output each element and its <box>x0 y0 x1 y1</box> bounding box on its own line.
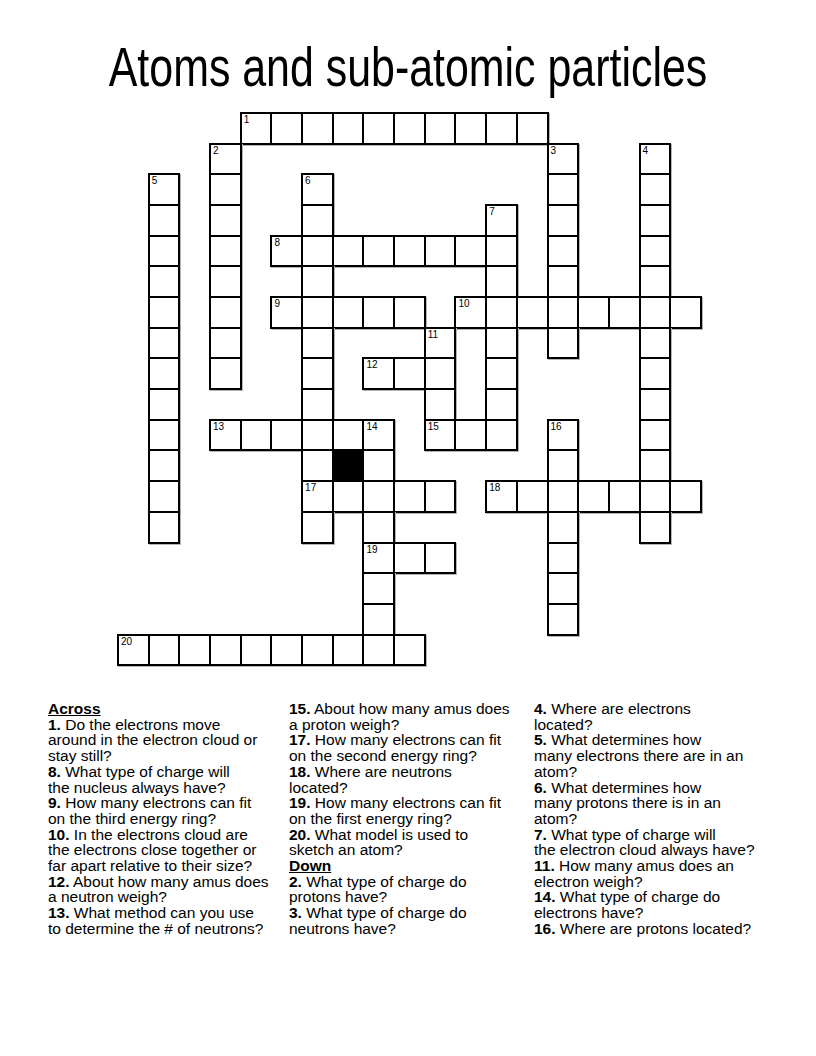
grid-cell[interactable] <box>485 235 518 268</box>
grid-cell[interactable] <box>547 327 580 360</box>
clue-line: far apart relative to their size? <box>48 858 291 874</box>
grid-cell[interactable] <box>393 480 426 513</box>
grid-cell[interactable] <box>547 542 580 575</box>
grid-cell[interactable] <box>547 449 580 482</box>
clue-column: 15. About how many amus doesa proton wei… <box>289 701 532 937</box>
clue-num-label: 1. <box>48 716 61 733</box>
grid-cell[interactable] <box>547 265 580 298</box>
clue-item-across-1: 1. Do the electrons movearound in the el… <box>48 717 291 764</box>
grid-cell[interactable] <box>362 480 395 513</box>
grid-cell[interactable] <box>393 296 426 329</box>
clue-num-label: 2. <box>289 873 302 890</box>
clue-item-across-18: 18. Where are neutronslocated? <box>289 764 532 795</box>
clue-num-label: 15. <box>289 700 311 717</box>
clue-line: atom? <box>534 764 777 780</box>
clue-line: located? <box>534 717 777 733</box>
grid-cell[interactable] <box>209 634 242 667</box>
clue-number: 15 <box>428 421 439 433</box>
clue-number: 16 <box>551 421 562 433</box>
grid-cell[interactable] <box>424 480 457 513</box>
clue-number: 13 <box>213 421 224 433</box>
grid-cell[interactable] <box>454 235 487 268</box>
grid-cell[interactable] <box>178 634 211 667</box>
clue-column: Across1. Do the electrons movearound in … <box>48 701 291 937</box>
clue-num-label: 17. <box>289 731 311 748</box>
clue-item-down-14: 14. What type of charge doelectrons have… <box>534 889 777 920</box>
grid-cell[interactable] <box>547 511 580 544</box>
grid-cell[interactable] <box>362 511 395 544</box>
clue-line: 11. How many amus does an <box>534 858 777 874</box>
clue-number: 2 <box>213 145 219 157</box>
grid-cell[interactable] <box>209 204 242 237</box>
grid-cell[interactable] <box>332 296 365 329</box>
clue-number: 4 <box>643 145 649 157</box>
clue-num-label: 13. <box>48 904 70 921</box>
clue-line: located? <box>289 780 532 796</box>
clue-number: 17 <box>305 482 316 494</box>
clue-number: 11 <box>428 329 438 341</box>
grid-cell[interactable] <box>424 388 457 421</box>
grid-cell[interactable] <box>240 634 273 667</box>
clue-number: 1 <box>244 114 250 126</box>
across-header: Across <box>48 701 291 717</box>
grid-cell[interactable] <box>301 235 334 268</box>
grid-cell[interactable] <box>209 296 242 329</box>
clue-line: to determine the # of neutrons? <box>48 921 291 937</box>
grid-cell[interactable]: 12 <box>362 357 395 390</box>
clue-num-label: 19. <box>289 794 311 811</box>
grid-cell[interactable] <box>639 357 672 390</box>
grid-cell[interactable] <box>577 480 610 513</box>
grid-cell[interactable]: 15 <box>424 419 457 452</box>
grid-cell[interactable]: 13 <box>209 419 242 452</box>
clue-item-across-10: 10. In the electrons cloud arethe electr… <box>48 827 291 874</box>
clue-num-label: 18. <box>289 763 311 780</box>
clue-line: a neutron weigh? <box>48 889 291 905</box>
grid-cell[interactable]: 16 <box>547 419 580 452</box>
clue-line: 12. About how many amus does <box>48 874 291 890</box>
clue-line: stay still? <box>48 748 291 764</box>
grid-cell[interactable] <box>639 235 672 268</box>
grid-cell[interactable]: 14 <box>362 419 395 452</box>
clue-line: many protons there is in an <box>534 795 777 811</box>
clue-line: on the second energy ring? <box>289 748 532 764</box>
grid-cell[interactable] <box>209 235 242 268</box>
grid-cell[interactable] <box>148 449 181 482</box>
clue-num-label: 7. <box>534 826 547 843</box>
grid-cell[interactable] <box>209 357 242 390</box>
clue-line: around in the electron cloud or <box>48 732 291 748</box>
grid-cell[interactable] <box>301 634 334 667</box>
grid-cell[interactable] <box>301 327 334 360</box>
page-title: Atoms and sub-atomic particles <box>90 40 726 95</box>
grid-cell[interactable] <box>270 419 303 452</box>
clue-item-down-11: 11. How many amus does anelectron weigh? <box>534 858 777 889</box>
blocked-cell <box>332 449 365 482</box>
clue-item-across-13: 13. What method can you useto determine … <box>48 905 291 936</box>
clue-line: 4. Where are electrons <box>534 701 777 717</box>
clue-number: 18 <box>489 482 500 494</box>
grid-cell[interactable] <box>639 296 672 329</box>
grid-cell[interactable] <box>454 419 487 452</box>
grid-cell[interactable] <box>608 296 641 329</box>
grid-cell[interactable] <box>332 419 365 452</box>
grid-cell[interactable] <box>639 449 672 482</box>
grid-cell[interactable]: 8 <box>270 235 303 268</box>
grid-cell[interactable]: 18 <box>485 480 518 513</box>
clue-num-label: 14. <box>534 888 556 905</box>
grid-cell[interactable] <box>301 265 334 298</box>
grid-cell[interactable] <box>393 634 426 667</box>
clue-item-down-7: 7. What type of charge willthe electron … <box>534 827 777 858</box>
clue-line: a proton weigh? <box>289 717 532 733</box>
clue-item-down-3: 3. What type of charge doneutrons have? <box>289 905 532 936</box>
grid-cell[interactable] <box>332 235 365 268</box>
grid-cell[interactable]: 3 <box>547 143 580 176</box>
grid-cell[interactable] <box>332 634 365 667</box>
down-header: Down <box>289 858 532 874</box>
grid-cell[interactable]: 4 <box>639 143 672 176</box>
grid-cell[interactable] <box>362 235 395 268</box>
clue-line: 16. Where are protons located? <box>534 921 777 937</box>
grid-cell[interactable]: 20 <box>117 634 150 667</box>
grid-cell[interactable] <box>639 388 672 421</box>
grid-cell[interactable] <box>209 173 242 206</box>
clue-item-across-8: 8. What type of charge willthe nucleus a… <box>48 764 291 795</box>
grid-cell[interactable] <box>639 419 672 452</box>
grid-cell[interactable] <box>148 327 181 360</box>
grid-cell[interactable] <box>362 603 395 636</box>
grid-cell[interactable]: 10 <box>454 296 487 329</box>
clue-line: 8. What type of charge will <box>48 764 291 780</box>
clue-column: 4. Where are electronslocated?5. What de… <box>534 701 777 937</box>
clue-line: the electron cloud always have? <box>534 842 777 858</box>
grid-cell[interactable] <box>547 204 580 237</box>
clue-num-label: 10. <box>48 826 70 843</box>
grid-cell[interactable] <box>485 265 518 298</box>
grid-cell[interactable] <box>639 265 672 298</box>
grid-cell[interactable]: 7 <box>485 204 518 237</box>
grid-cell[interactable] <box>148 480 181 513</box>
clue-item-across-15: 15. About how many amus doesa proton wei… <box>289 701 532 732</box>
grid-cell[interactable] <box>209 265 242 298</box>
grid-cell[interactable]: 19 <box>362 542 395 575</box>
grid-cell[interactable] <box>332 112 365 145</box>
clue-number: 8 <box>274 237 280 249</box>
grid-cell[interactable] <box>547 572 580 605</box>
grid-cell[interactable] <box>148 296 181 329</box>
grid-cell[interactable] <box>516 112 549 145</box>
grid-cell[interactable] <box>516 296 549 329</box>
grid-cell[interactable] <box>639 327 672 360</box>
grid-cell[interactable]: 17 <box>301 480 334 513</box>
grid-cell[interactable]: 2 <box>209 143 242 176</box>
clue-num-label: 16. <box>534 920 556 937</box>
grid-cell[interactable] <box>362 572 395 605</box>
grid-cell[interactable] <box>362 296 395 329</box>
clue-line: sketch an atom? <box>289 842 532 858</box>
grid-cell[interactable] <box>301 449 334 482</box>
clue-number: 9 <box>274 298 280 310</box>
clue-line: 9. How many electrons can fit <box>48 795 291 811</box>
clue-line: 14. What type of charge do <box>534 889 777 905</box>
grid-cell[interactable] <box>362 449 395 482</box>
grid-cell[interactable] <box>301 296 334 329</box>
grid-cell[interactable] <box>639 204 672 237</box>
clue-line: 19. How many electrons can fit <box>289 795 532 811</box>
clue-number: 12 <box>366 359 377 371</box>
clue-line: on the first energy ring? <box>289 811 532 827</box>
clue-line: many electrons there are in an <box>534 748 777 764</box>
grid-cell[interactable] <box>270 634 303 667</box>
grid-cell[interactable] <box>148 511 181 544</box>
grid-cell[interactable] <box>547 480 580 513</box>
grid-cell[interactable] <box>393 357 426 390</box>
clue-item-across-12: 12. About how many amus doesa neutron we… <box>48 874 291 905</box>
grid-cell[interactable] <box>669 480 702 513</box>
clue-item-across-17: 17. How many electrons can fiton the sec… <box>289 732 532 763</box>
clue-line: 15. About how many amus does <box>289 701 532 717</box>
clue-line: 3. What type of charge do <box>289 905 532 921</box>
grid-cell[interactable] <box>547 296 580 329</box>
grid-cell[interactable] <box>424 542 457 575</box>
clue-num-label: 12. <box>48 873 70 890</box>
clue-number: 6 <box>305 175 311 187</box>
clue-line: 6. What determines how <box>534 780 777 796</box>
grid-cell[interactable] <box>547 235 580 268</box>
clue-num-label: 20. <box>289 826 311 843</box>
clue-item-across-9: 9. How many electrons can fiton the thir… <box>48 795 291 826</box>
grid-cell[interactable] <box>424 357 457 390</box>
grid-cell[interactable] <box>485 112 518 145</box>
clue-line: electron weigh? <box>534 874 777 890</box>
grid-cell[interactable] <box>209 327 242 360</box>
grid-cell[interactable] <box>393 235 426 268</box>
clue-item-down-5: 5. What determines howmany electrons the… <box>534 732 777 779</box>
clue-line: 10. In the electrons cloud are <box>48 827 291 843</box>
clue-line: 5. What determines how <box>534 732 777 748</box>
grid-cell[interactable] <box>639 173 672 206</box>
grid-cell[interactable]: 6 <box>301 173 334 206</box>
grid-cell[interactable] <box>639 511 672 544</box>
grid-cell[interactable] <box>577 296 610 329</box>
grid-cell[interactable] <box>362 112 395 145</box>
grid-cell[interactable] <box>485 296 518 329</box>
grid-cell[interactable] <box>301 204 334 237</box>
clue-number: 20 <box>121 636 132 648</box>
grid-cell[interactable] <box>547 173 580 206</box>
clue-number: 14 <box>366 421 377 433</box>
grid-cell[interactable] <box>362 634 395 667</box>
clue-line: on the third energy ring? <box>48 811 291 827</box>
clue-number: 5 <box>152 175 158 187</box>
clue-item-across-19: 19. How many electrons can fiton the fir… <box>289 795 532 826</box>
clue-item-down-4: 4. Where are electronslocated? <box>534 701 777 732</box>
grid-cell[interactable] <box>547 603 580 636</box>
clue-line: atom? <box>534 811 777 827</box>
clue-number: 19 <box>366 544 377 556</box>
grid-cell[interactable] <box>669 296 702 329</box>
grid-cell[interactable] <box>148 265 181 298</box>
crossword-worksheet: Atoms and sub-atomic particles 123456789… <box>0 0 816 1056</box>
clue-line: the electrons close together or <box>48 842 291 858</box>
grid-cell[interactable] <box>485 357 518 390</box>
grid-cell[interactable] <box>148 419 181 452</box>
grid-cell[interactable]: 1 <box>240 112 273 145</box>
clue-number: 10 <box>458 298 469 310</box>
grid-cell[interactable] <box>301 357 334 390</box>
clue-line: 7. What type of charge will <box>534 827 777 843</box>
clue-line: 20. What model is used to <box>289 827 532 843</box>
grid-cell[interactable] <box>270 112 303 145</box>
grid-cell[interactable] <box>148 235 181 268</box>
clue-number: 7 <box>489 206 495 218</box>
clue-line: electrons have? <box>534 905 777 921</box>
clue-num-label: 5. <box>534 731 547 748</box>
clue-item-down-6: 6. What determines howmany protons there… <box>534 780 777 827</box>
clue-line: 17. How many electrons can fit <box>289 732 532 748</box>
grid-cell[interactable] <box>454 112 487 145</box>
grid-cell[interactable] <box>148 204 181 237</box>
grid-cell[interactable] <box>301 112 334 145</box>
grid-cell[interactable] <box>516 480 549 513</box>
grid-cell[interactable] <box>485 419 518 452</box>
grid-cell[interactable] <box>148 634 181 667</box>
grid-cell[interactable] <box>424 235 457 268</box>
grid-cell[interactable]: 9 <box>270 296 303 329</box>
grid-cell[interactable] <box>639 480 672 513</box>
clue-item-down-2: 2. What type of charge doprotons have? <box>289 874 532 905</box>
clue-line: neutrons have? <box>289 921 532 937</box>
clue-num-label: 8. <box>48 763 61 780</box>
grid-cell[interactable] <box>485 388 518 421</box>
clue-num-label: 6. <box>534 779 547 796</box>
grid-cell[interactable] <box>240 419 273 452</box>
grid-cell[interactable] <box>424 112 457 145</box>
grid-cell[interactable] <box>485 327 518 360</box>
clue-line: protons have? <box>289 889 532 905</box>
grid-cell[interactable] <box>393 542 426 575</box>
clue-item-down-16: 16. Where are protons located? <box>534 921 777 937</box>
grid-cell[interactable]: 5 <box>148 173 181 206</box>
clue-num-label: 3. <box>289 904 302 921</box>
clue-line: 1. Do the electrons move <box>48 717 291 733</box>
grid-cell[interactable] <box>608 480 641 513</box>
clue-item-across-20: 20. What model is used tosketch an atom? <box>289 827 532 858</box>
clue-line: the nucleus always have? <box>48 780 291 796</box>
clue-line: 2. What type of charge do <box>289 874 532 890</box>
clue-line: 18. Where are neutrons <box>289 764 532 780</box>
grid-cell[interactable]: 11 <box>424 327 457 360</box>
grid-cell[interactable] <box>148 388 181 421</box>
grid-cell[interactable] <box>301 388 334 421</box>
clue-num-label: 11. <box>534 857 555 874</box>
grid-cell[interactable] <box>148 357 181 390</box>
clue-num-label: 4. <box>534 700 547 717</box>
grid-cell[interactable] <box>301 419 334 452</box>
grid-cell[interactable] <box>393 112 426 145</box>
clue-number: 3 <box>551 145 557 157</box>
grid-cell[interactable] <box>301 511 334 544</box>
clue-num-label: 9. <box>48 794 61 811</box>
clue-line: 13. What method can you use <box>48 905 291 921</box>
grid-cell[interactable] <box>332 480 365 513</box>
